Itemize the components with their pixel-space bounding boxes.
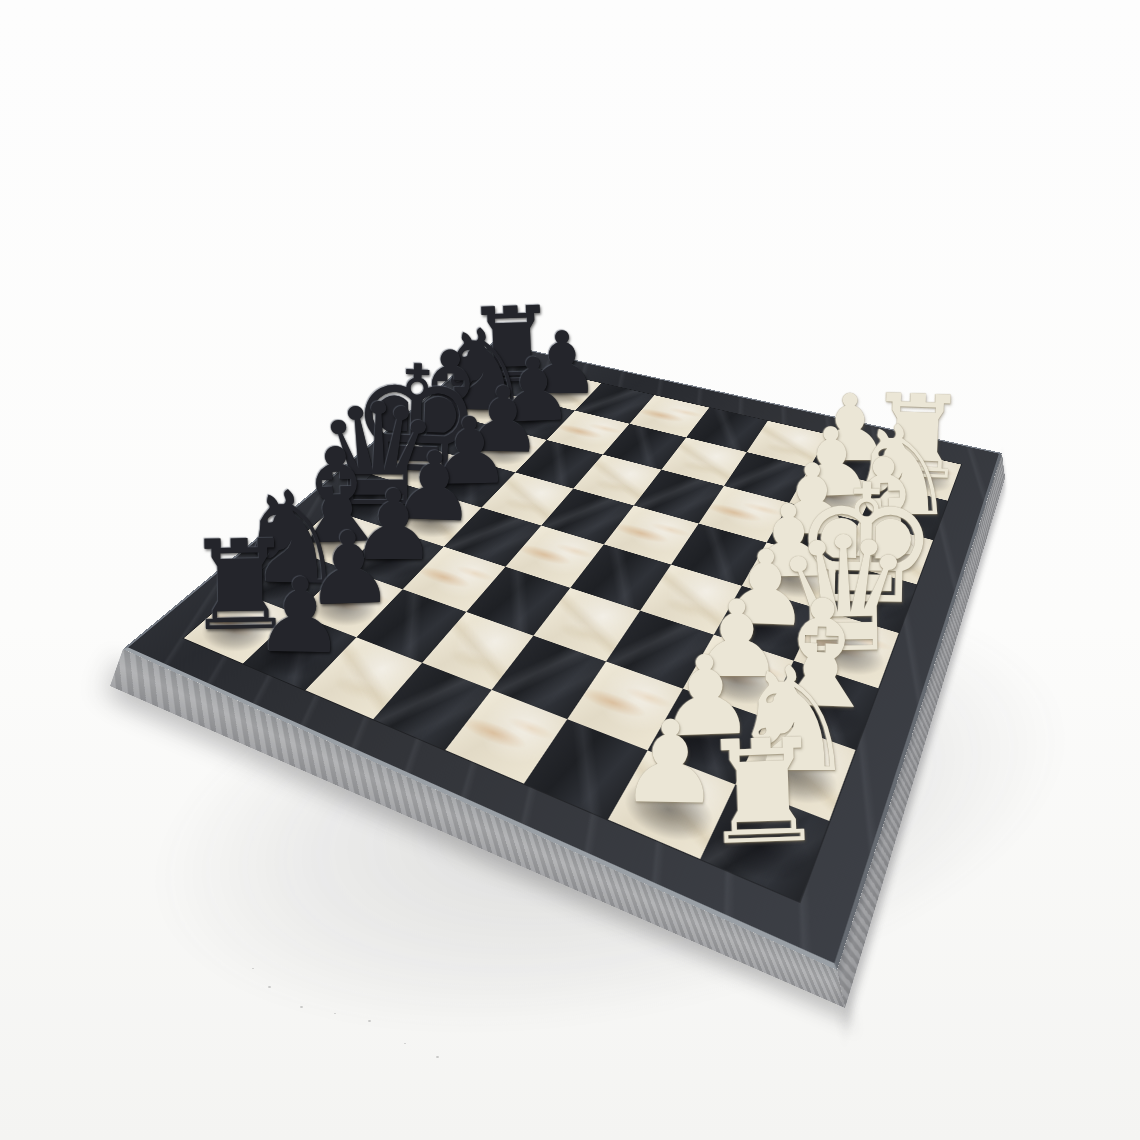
product-photo-scene: ♜♞♝♛♚♝♞♜♟♟♟♟♟♟♟♟♟♟♟♟♟♟♟♟♜♞♝♛♚♝♞♜	[0, 0, 1140, 1140]
piece-black-pawn-a7[interactable]: ♟	[253, 564, 347, 669]
piece-white-rook-a1[interactable]: ♜	[697, 719, 829, 865]
pieces-layer: ♜♞♝♛♚♝♞♜♟♟♟♟♟♟♟♟♟♟♟♟♟♟♟♟♜♞♝♛♚♝♞♜	[0, 0, 1140, 1140]
